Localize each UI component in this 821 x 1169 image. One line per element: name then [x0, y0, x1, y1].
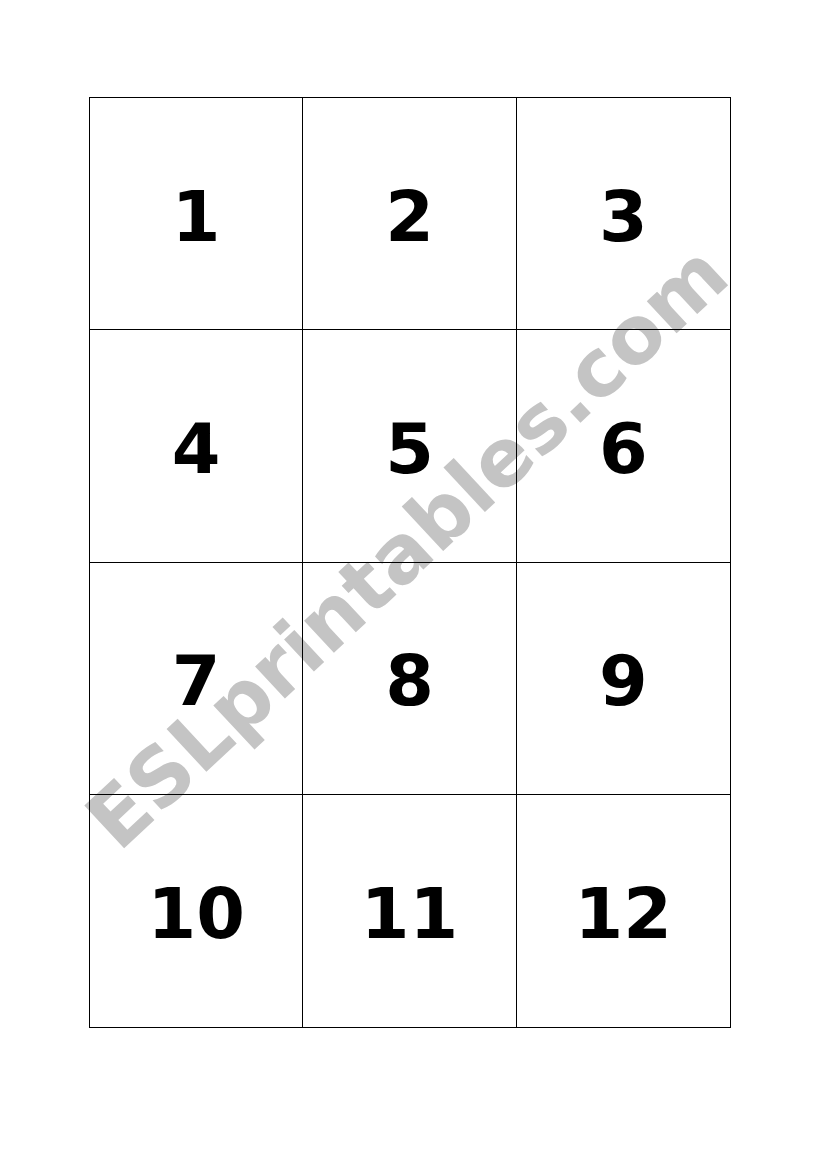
card-cell-9: 9 [517, 563, 730, 795]
card-cell-3: 3 [517, 98, 730, 330]
card-cell-1: 1 [90, 98, 303, 330]
card-cell-7: 7 [90, 563, 303, 795]
card-number: 12 [575, 873, 672, 949]
card-number: 8 [385, 640, 434, 716]
number-card-grid: 1 2 3 4 5 6 7 8 9 10 11 [89, 97, 731, 1028]
card-cell-11: 11 [303, 795, 516, 1027]
card-cell-6: 6 [517, 330, 730, 562]
card-cell-2: 2 [303, 98, 516, 330]
card-number: 11 [361, 873, 458, 949]
card-number: 9 [599, 640, 648, 716]
worksheet-page: ESLprintables.com 1 2 3 4 5 6 7 8 9 10 [0, 0, 821, 1169]
card-number: 7 [172, 640, 221, 716]
card-number: 5 [385, 408, 434, 484]
card-number: 6 [599, 408, 648, 484]
card-cell-5: 5 [303, 330, 516, 562]
card-number: 3 [599, 176, 648, 252]
card-cell-12: 12 [517, 795, 730, 1027]
card-cell-4: 4 [90, 330, 303, 562]
card-number: 1 [172, 176, 221, 252]
card-number: 4 [172, 408, 221, 484]
card-cell-10: 10 [90, 795, 303, 1027]
card-number: 2 [385, 176, 434, 252]
card-number: 10 [147, 873, 244, 949]
card-cell-8: 8 [303, 563, 516, 795]
